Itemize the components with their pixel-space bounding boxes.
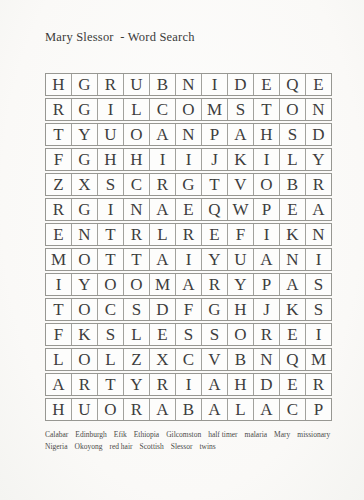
grid-cell-r6c10[interactable]: E xyxy=(280,199,306,220)
grid-cell-r7c7[interactable]: E xyxy=(202,224,228,245)
grid-cell-r13c10[interactable]: E xyxy=(280,374,306,395)
grid-cell-r4c3[interactable]: H xyxy=(98,149,124,170)
grid-cell-r3c8[interactable]: A xyxy=(228,124,254,145)
grid-cell-r14c11[interactable]: P xyxy=(306,399,331,420)
grid-cell-r9c8[interactable]: Y xyxy=(228,274,254,295)
grid-cell-r6c4[interactable]: N xyxy=(124,199,150,220)
grid-cell-r6c6[interactable]: E xyxy=(176,199,202,220)
grid-cell-r13c9[interactable]: D xyxy=(254,374,280,395)
grid-cell-r1c5[interactable]: B xyxy=(150,74,176,95)
grid-cell-r10c5[interactable]: D xyxy=(150,299,176,320)
word-search-grid: HGRUBNIDEQERGILCOMSTONTYUOANPAHSDFGHHIIJ… xyxy=(45,73,332,421)
grid-row-1: HGRUBNIDEQE xyxy=(45,73,332,96)
grid-cell-r12c1[interactable]: L xyxy=(46,349,72,370)
grid-cell-r4c2[interactable]: G xyxy=(72,149,98,170)
grid-cell-r3c4[interactable]: O xyxy=(124,124,150,145)
grid-row-9: IYOOMARYPAS xyxy=(45,273,332,296)
grid-row-8: MOTTAIYUANI xyxy=(45,248,332,271)
grid-cell-r8c6[interactable]: I xyxy=(176,249,202,270)
grid-cell-r10c6[interactable]: F xyxy=(176,299,202,320)
grid-cell-r2c10[interactable]: O xyxy=(280,99,306,120)
grid-cell-r12c9[interactable]: N xyxy=(254,349,280,370)
grid-cell-r9c4[interactable]: O xyxy=(124,274,150,295)
grid-cell-r11c2[interactable]: K xyxy=(72,324,98,345)
grid-cell-r1c7[interactable]: I xyxy=(202,74,228,95)
grid-cell-r2c5[interactable]: C xyxy=(150,99,176,120)
word-item: twins xyxy=(199,441,215,453)
grid-cell-r1c10[interactable]: Q xyxy=(280,74,306,95)
grid-row-11: FKSLESSOREI xyxy=(45,323,332,346)
grid-cell-r3c7[interactable]: P xyxy=(202,124,228,145)
grid-row-13: ARTYRIAHDER xyxy=(45,373,332,396)
grid-cell-r12c6[interactable]: C xyxy=(176,349,202,370)
grid-cell-r12c3[interactable]: L xyxy=(98,349,124,370)
grid-cell-r2c11[interactable]: N xyxy=(306,99,331,120)
grid-cell-r7c8[interactable]: F xyxy=(228,224,254,245)
grid-cell-r8c2[interactable]: O xyxy=(72,249,98,270)
grid-cell-r5c11[interactable]: R xyxy=(306,174,331,195)
grid-cell-r3c11[interactable]: D xyxy=(306,124,331,145)
grid-cell-r9c6[interactable]: A xyxy=(176,274,202,295)
grid-cell-r3c2[interactable]: Y xyxy=(72,124,98,145)
grid-cell-r3c9[interactable]: H xyxy=(254,124,280,145)
grid-cell-r14c6[interactable]: B xyxy=(176,399,202,420)
grid-cell-r11c9[interactable]: R xyxy=(254,324,280,345)
grid-cell-r12c2[interactable]: O xyxy=(72,349,98,370)
grid-cell-r4c10[interactable]: L xyxy=(280,149,306,170)
word-item: red hair xyxy=(109,441,132,453)
grid-cell-r1c4[interactable]: U xyxy=(124,74,150,95)
grid-cell-r9c1[interactable]: I xyxy=(46,274,72,295)
grid-cell-r4c6[interactable]: I xyxy=(176,149,202,170)
grid-cell-r3c6[interactable]: N xyxy=(176,124,202,145)
grid-cell-r8c11[interactable]: I xyxy=(306,249,331,270)
grid-row-14: HUORABALACP xyxy=(45,398,332,421)
grid-cell-r5c7[interactable]: T xyxy=(202,174,228,195)
grid-cell-r12c7[interactable]: V xyxy=(202,349,228,370)
grid-cell-r14c7[interactable]: A xyxy=(202,399,228,420)
grid-cell-r13c4[interactable]: Y xyxy=(124,374,150,395)
grid-cell-r5c9[interactable]: O xyxy=(254,174,280,195)
grid-cell-r7c5[interactable]: L xyxy=(150,224,176,245)
grid-cell-r11c4[interactable]: L xyxy=(124,324,150,345)
grid-cell-r7c3[interactable]: T xyxy=(98,224,124,245)
grid-cell-r1c2[interactable]: G xyxy=(72,74,98,95)
grid-cell-r13c1[interactable]: A xyxy=(46,374,72,395)
grid-cell-r3c5[interactable]: A xyxy=(150,124,176,145)
grid-cell-r8c4[interactable]: T xyxy=(124,249,150,270)
grid-cell-r9c10[interactable]: A xyxy=(280,274,306,295)
grid-row-10: TOCSDFGHJKS xyxy=(45,298,332,321)
grid-cell-r2c9[interactable]: T xyxy=(254,99,280,120)
grid-cell-r8c10[interactable]: N xyxy=(280,249,306,270)
grid-cell-r2c6[interactable]: O xyxy=(176,99,202,120)
grid-cell-r5c1[interactable]: Z xyxy=(46,174,72,195)
word-item: Slessor xyxy=(171,441,193,453)
grid-cell-r13c2[interactable]: R xyxy=(72,374,98,395)
grid-cell-r11c11[interactable]: I xyxy=(306,324,331,345)
grid-cell-r10c7[interactable]: G xyxy=(202,299,228,320)
grid-cell-r1c11[interactable]: E xyxy=(306,74,331,95)
word-item: Scottish xyxy=(140,441,164,453)
grid-cell-r3c10[interactable]: S xyxy=(280,124,306,145)
grid-cell-r14c8[interactable]: L xyxy=(228,399,254,420)
grid-cell-r5c4[interactable]: C xyxy=(124,174,150,195)
grid-cell-r7c6[interactable]: R xyxy=(176,224,202,245)
grid-cell-r8c3[interactable]: T xyxy=(98,249,124,270)
grid-cell-r8c8[interactable]: U xyxy=(228,249,254,270)
grid-cell-r5c2[interactable]: X xyxy=(72,174,98,195)
page-title: Mary Slessor - Word Search xyxy=(45,30,195,45)
grid-cell-r3c3[interactable]: U xyxy=(98,124,124,145)
word-item: Gilcomston xyxy=(166,429,201,441)
grid-cell-r5c8[interactable]: V xyxy=(228,174,254,195)
grid-cell-r5c5[interactable]: R xyxy=(150,174,176,195)
grid-cell-r6c5[interactable]: A xyxy=(150,199,176,220)
word-list-line-1: CalabarEdinburghEfikEthiopiaGilcomstonha… xyxy=(45,429,345,441)
word-item: Calabar xyxy=(45,429,68,441)
word-list: CalabarEdinburghEfikEthiopiaGilcomstonha… xyxy=(45,429,345,453)
grid-cell-r4c11[interactable]: Y xyxy=(306,149,331,170)
grid-cell-r10c2[interactable]: O xyxy=(72,299,98,320)
word-item: Ethiopia xyxy=(134,429,159,441)
grid-cell-r2c3[interactable]: I xyxy=(98,99,124,120)
grid-cell-r12c4[interactable]: Z xyxy=(124,349,150,370)
grid-cell-r6c8[interactable]: W xyxy=(228,199,254,220)
grid-cell-r11c8[interactable]: O xyxy=(228,324,254,345)
grid-cell-r6c3[interactable]: I xyxy=(98,199,124,220)
grid-cell-r12c11[interactable]: M xyxy=(306,349,331,370)
grid-cell-r14c10[interactable]: C xyxy=(280,399,306,420)
grid-cell-r11c6[interactable]: S xyxy=(176,324,202,345)
grid-cell-r10c4[interactable]: S xyxy=(124,299,150,320)
grid-row-2: RGILCOMSTON xyxy=(45,98,332,121)
grid-row-5: ZXSCRGTVOBR xyxy=(45,173,332,196)
grid-cell-r8c9[interactable]: A xyxy=(254,249,280,270)
word-item: Edinburgh xyxy=(75,429,107,441)
grid-cell-r8c5[interactable]: A xyxy=(150,249,176,270)
grid-cell-r1c8[interactable]: D xyxy=(228,74,254,95)
grid-cell-r7c10[interactable]: K xyxy=(280,224,306,245)
grid-cell-r6c2[interactable]: G xyxy=(72,199,98,220)
grid-cell-r14c9[interactable]: A xyxy=(254,399,280,420)
grid-cell-r12c8[interactable]: B xyxy=(228,349,254,370)
grid-cell-r11c7[interactable]: S xyxy=(202,324,228,345)
grid-cell-r6c7[interactable]: Q xyxy=(202,199,228,220)
grid-cell-r11c3[interactable]: S xyxy=(98,324,124,345)
word-item: Nigeria xyxy=(45,441,68,453)
grid-cell-r9c5[interactable]: M xyxy=(150,274,176,295)
grid-cell-r9c3[interactable]: O xyxy=(98,274,124,295)
word-item: missionary xyxy=(297,429,330,441)
grid-cell-r14c2[interactable]: U xyxy=(72,399,98,420)
word-item: Okoyong xyxy=(75,441,103,453)
grid-cell-r5c6[interactable]: G xyxy=(176,174,202,195)
grid-cell-r14c5[interactable]: A xyxy=(150,399,176,420)
grid-cell-r5c10[interactable]: B xyxy=(280,174,306,195)
grid-cell-r9c9[interactable]: P xyxy=(254,274,280,295)
grid-cell-r2c4[interactable]: L xyxy=(124,99,150,120)
grid-cell-r14c3[interactable]: O xyxy=(98,399,124,420)
grid-cell-r9c2[interactable]: Y xyxy=(72,274,98,295)
grid-cell-r4c5[interactable]: I xyxy=(150,149,176,170)
grid-cell-r10c3[interactable]: C xyxy=(98,299,124,320)
word-list-line-2: NigeriaOkoyongred hairScottishSlessortwi… xyxy=(45,441,345,453)
grid-cell-r6c11[interactable]: A xyxy=(306,199,331,220)
grid-cell-r4c7[interactable]: J xyxy=(202,149,228,170)
word-item: Mary xyxy=(274,429,290,441)
word-item: malaria xyxy=(245,429,268,441)
grid-cell-r1c9[interactable]: E xyxy=(254,74,280,95)
grid-row-6: RGINAEQWPEA xyxy=(45,198,332,221)
grid-cell-r6c1[interactable]: R xyxy=(46,199,72,220)
grid-cell-r4c1[interactable]: F xyxy=(46,149,72,170)
grid-cell-r7c2[interactable]: N xyxy=(72,224,98,245)
grid-cell-r4c4[interactable]: H xyxy=(124,149,150,170)
grid-cell-r2c2[interactable]: G xyxy=(72,99,98,120)
grid-cell-r4c9[interactable]: I xyxy=(254,149,280,170)
grid-cell-r3c1[interactable]: T xyxy=(46,124,72,145)
grid-row-7: ENTRLREFIKN xyxy=(45,223,332,246)
grid-cell-r1c6[interactable]: N xyxy=(176,74,202,95)
grid-cell-r11c10[interactable]: E xyxy=(280,324,306,345)
grid-cell-r10c1[interactable]: T xyxy=(46,299,72,320)
grid-row-3: TYUOANPAHSD xyxy=(45,123,332,146)
word-item: half timer xyxy=(208,429,237,441)
grid-cell-r10c8[interactable]: H xyxy=(228,299,254,320)
grid-row-4: FGHHIIJKILY xyxy=(45,148,332,171)
grid-cell-r5c3[interactable]: S xyxy=(98,174,124,195)
grid-cell-r10c11[interactable]: S xyxy=(306,299,331,320)
worksheet-page: Mary Slessor - Word Search HGRUBNIDEQERG… xyxy=(0,0,364,500)
grid-cell-r13c6[interactable]: I xyxy=(176,374,202,395)
grid-cell-r8c7[interactable]: Y xyxy=(202,249,228,270)
grid-row-12: LOLZXCVBNQM xyxy=(45,348,332,371)
grid-cell-r8c1[interactable]: M xyxy=(46,249,72,270)
grid-cell-r14c4[interactable]: R xyxy=(124,399,150,420)
grid-cell-r1c3[interactable]: R xyxy=(98,74,124,95)
word-item: Efik xyxy=(114,429,127,441)
grid-cell-r7c11[interactable]: N xyxy=(306,224,331,245)
grid-cell-r13c11[interactable]: R xyxy=(306,374,331,395)
grid-cell-r13c3[interactable]: T xyxy=(98,374,124,395)
grid-cell-r14c1[interactable]: H xyxy=(46,399,72,420)
grid-cell-r2c1[interactable]: R xyxy=(46,99,72,120)
grid-cell-r9c7[interactable]: R xyxy=(202,274,228,295)
grid-cell-r11c1[interactable]: F xyxy=(46,324,72,345)
grid-cell-r12c5[interactable]: X xyxy=(150,349,176,370)
grid-cell-r13c7[interactable]: A xyxy=(202,374,228,395)
grid-cell-r13c8[interactable]: H xyxy=(228,374,254,395)
grid-cell-r10c9[interactable]: J xyxy=(254,299,280,320)
grid-cell-r7c4[interactable]: R xyxy=(124,224,150,245)
grid-cell-r4c8[interactable]: K xyxy=(228,149,254,170)
grid-cell-r2c7[interactable]: M xyxy=(202,99,228,120)
grid-cell-r7c9[interactable]: I xyxy=(254,224,280,245)
grid-cell-r2c8[interactable]: S xyxy=(228,99,254,120)
grid-cell-r10c10[interactable]: K xyxy=(280,299,306,320)
grid-cell-r7c1[interactable]: E xyxy=(46,224,72,245)
grid-cell-r12c10[interactable]: Q xyxy=(280,349,306,370)
grid-cell-r6c9[interactable]: P xyxy=(254,199,280,220)
grid-cell-r11c5[interactable]: E xyxy=(150,324,176,345)
grid-cell-r13c5[interactable]: R xyxy=(150,374,176,395)
grid-cell-r1c1[interactable]: H xyxy=(46,74,72,95)
grid-cell-r9c11[interactable]: S xyxy=(306,274,331,295)
